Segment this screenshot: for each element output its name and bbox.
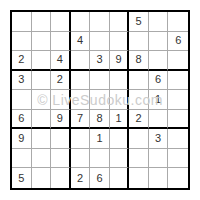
cell-r6c2[interactable] <box>32 110 52 130</box>
cell-r7c8[interactable]: 3 <box>149 129 169 149</box>
cell-r2c3[interactable] <box>51 32 71 52</box>
cell-r4c9[interactable] <box>168 71 188 91</box>
cell-r5c2[interactable] <box>32 90 52 110</box>
cell-r6c6[interactable]: 1 <box>110 110 130 130</box>
cell-r4c8[interactable]: 6 <box>149 71 169 91</box>
cell-r8c5[interactable] <box>90 149 110 169</box>
cell-r2c9[interactable]: 6 <box>168 32 188 52</box>
cell-r3c1[interactable]: 2 <box>12 51 32 71</box>
cell-r8c2[interactable] <box>32 149 52 169</box>
cell-r8c9[interactable] <box>168 149 188 169</box>
cell-r6c9[interactable] <box>168 110 188 130</box>
cell-r3c5[interactable]: 3 <box>90 51 110 71</box>
cell-r1c7[interactable]: 5 <box>129 12 149 32</box>
cell-r7c3[interactable] <box>51 129 71 149</box>
cell-r4c7[interactable] <box>129 71 149 91</box>
cell-r3c8[interactable] <box>149 51 169 71</box>
cell-r4c5[interactable] <box>90 71 110 91</box>
cell-r4c3[interactable]: 2 <box>51 71 71 91</box>
cell-r9c2[interactable] <box>32 168 52 188</box>
cell-r6c3[interactable]: 9 <box>51 110 71 130</box>
cell-r8c8[interactable] <box>149 149 169 169</box>
cell-r3c6[interactable]: 9 <box>110 51 130 71</box>
cell-r2c4[interactable]: 4 <box>71 32 91 52</box>
cell-r1c5[interactable] <box>90 12 110 32</box>
cell-r4c6[interactable] <box>110 71 130 91</box>
cell-r2c1[interactable] <box>12 32 32 52</box>
cell-r5c4[interactable] <box>71 90 91 110</box>
cell-r6c1[interactable]: 6 <box>12 110 32 130</box>
cell-r5c8[interactable]: 1 <box>149 90 169 110</box>
cell-r3c9[interactable] <box>168 51 188 71</box>
cell-r1c2[interactable] <box>32 12 52 32</box>
cell-r5c9[interactable] <box>168 90 188 110</box>
cell-r1c1[interactable] <box>12 12 32 32</box>
cell-r7c5[interactable]: 1 <box>90 129 110 149</box>
sudoku-page: 546243983261697812913526 © LiveSudoku.co… <box>0 0 200 200</box>
cell-r5c5[interactable] <box>90 90 110 110</box>
cell-r1c3[interactable] <box>51 12 71 32</box>
sudoku-board: 546243983261697812913526 <box>10 10 190 190</box>
cell-r3c7[interactable]: 8 <box>129 51 149 71</box>
cell-r6c4[interactable]: 7 <box>71 110 91 130</box>
cell-r8c7[interactable] <box>129 149 149 169</box>
cell-r1c6[interactable] <box>110 12 130 32</box>
cell-r9c7[interactable] <box>129 168 149 188</box>
cell-r7c7[interactable] <box>129 129 149 149</box>
cell-r2c8[interactable] <box>149 32 169 52</box>
cell-r9c4[interactable]: 2 <box>71 168 91 188</box>
cell-r9c9[interactable] <box>168 168 188 188</box>
cell-r5c1[interactable] <box>12 90 32 110</box>
cell-r7c2[interactable] <box>32 129 52 149</box>
cell-r4c1[interactable]: 3 <box>12 71 32 91</box>
cell-r6c7[interactable]: 2 <box>129 110 149 130</box>
cell-r2c2[interactable] <box>32 32 52 52</box>
cell-r9c1[interactable]: 5 <box>12 168 32 188</box>
cell-r4c4[interactable] <box>71 71 91 91</box>
cell-r5c7[interactable] <box>129 90 149 110</box>
cell-r4c2[interactable] <box>32 71 52 91</box>
cell-r9c5[interactable]: 6 <box>90 168 110 188</box>
cell-r1c8[interactable] <box>149 12 169 32</box>
cell-r7c9[interactable] <box>168 129 188 149</box>
cell-r5c3[interactable] <box>51 90 71 110</box>
cell-r7c4[interactable] <box>71 129 91 149</box>
cell-r1c9[interactable] <box>168 12 188 32</box>
cell-r8c1[interactable] <box>12 149 32 169</box>
cell-r7c1[interactable]: 9 <box>12 129 32 149</box>
cell-r6c5[interactable]: 8 <box>90 110 110 130</box>
cell-r9c6[interactable] <box>110 168 130 188</box>
cell-r9c3[interactable] <box>51 168 71 188</box>
cell-r2c5[interactable] <box>90 32 110 52</box>
cell-r3c2[interactable] <box>32 51 52 71</box>
cell-r3c3[interactable]: 4 <box>51 51 71 71</box>
cell-r7c6[interactable] <box>110 129 130 149</box>
cell-r6c8[interactable] <box>149 110 169 130</box>
cell-r2c7[interactable] <box>129 32 149 52</box>
cell-r8c6[interactable] <box>110 149 130 169</box>
cell-r9c8[interactable] <box>149 168 169 188</box>
cell-r5c6[interactable] <box>110 90 130 110</box>
cell-r8c4[interactable] <box>71 149 91 169</box>
cell-r2c6[interactable] <box>110 32 130 52</box>
cell-r1c4[interactable] <box>71 12 91 32</box>
cell-r3c4[interactable] <box>71 51 91 71</box>
cell-r8c3[interactable] <box>51 149 71 169</box>
